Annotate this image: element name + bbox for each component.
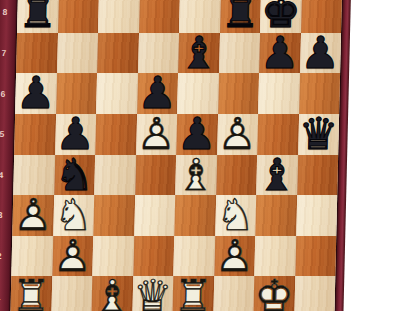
king-icon: ♚ (260, 0, 301, 33)
square-h1[interactable] (294, 276, 335, 311)
square-b4[interactable]: ♞ (54, 155, 95, 196)
rank-label-8: 8 (0, 0, 18, 33)
piece-white-pawn[interactable]: ♟♙ (214, 236, 255, 277)
rook-icon: ♜ (220, 0, 261, 33)
king-icon: ♚ (253, 276, 294, 311)
piece-black-king[interactable]: ♚ (260, 0, 301, 33)
square-f8[interactable]: ♜ (220, 0, 261, 33)
square-e7[interactable]: ♝ (178, 33, 219, 74)
bishop-outline-icon: ♗ (175, 155, 216, 196)
rank-label-2: 2 (0, 236, 12, 277)
square-c6[interactable] (96, 73, 137, 114)
piece-white-pawn[interactable]: ♟♙ (12, 195, 53, 236)
square-b8[interactable] (58, 0, 99, 33)
square-h3[interactable] (296, 195, 337, 236)
pawn-outline-icon: ♙ (217, 114, 258, 155)
pawn-icon: ♟ (176, 114, 217, 155)
piece-black-pawn[interactable]: ♟ (55, 114, 96, 155)
bishop-icon: ♝ (175, 155, 216, 196)
piece-black-pawn[interactable]: ♟ (176, 114, 217, 155)
square-d3[interactable] (134, 195, 175, 236)
piece-white-king[interactable]: ♚♔ (253, 276, 294, 311)
piece-black-bishop[interactable]: ♝ (178, 33, 219, 74)
pawn-icon: ♟ (55, 114, 96, 155)
pawn-icon: ♟ (300, 33, 341, 74)
square-g1[interactable]: ♚♔ (253, 276, 294, 311)
square-a2[interactable] (11, 236, 52, 277)
square-c3[interactable] (93, 195, 134, 236)
piece-black-rook[interactable]: ♜ (17, 0, 58, 33)
square-c2[interactable] (92, 236, 133, 277)
square-e4[interactable]: ♝♗ (175, 155, 216, 196)
rank-label-4: 4 (0, 155, 14, 196)
rook-icon: ♜ (172, 276, 213, 311)
square-e3[interactable] (174, 195, 215, 236)
square-c1[interactable]: ♝♗ (91, 276, 132, 311)
rook-outline-icon: ♖ (10, 276, 51, 311)
bishop-outline-icon: ♗ (91, 276, 132, 311)
pawn-icon: ♟ (136, 114, 177, 155)
board-frame: 87654321 ♜♜♚♝♟♟♟♟♟♟♙♟♟♙♛♞♝♗♝♟♙♞♘♞♘♟♙♟♙♜♖… (0, 0, 351, 311)
square-c7[interactable] (97, 33, 138, 74)
knight-outline-icon: ♘ (53, 195, 94, 236)
piece-black-rook[interactable]: ♜ (220, 0, 261, 33)
square-a4[interactable] (13, 155, 54, 196)
square-a5[interactable] (14, 114, 55, 155)
square-a8[interactable]: ♜ (17, 0, 58, 33)
square-b1[interactable] (51, 276, 92, 311)
square-g6[interactable] (258, 73, 299, 114)
square-g5[interactable] (257, 114, 298, 155)
rook-icon: ♜ (17, 0, 58, 33)
square-d6[interactable]: ♟ (137, 73, 178, 114)
pawn-icon: ♟ (214, 236, 255, 277)
square-b2[interactable]: ♟♙ (52, 236, 93, 277)
square-f4[interactable] (216, 155, 257, 196)
square-h4[interactable] (297, 155, 338, 196)
square-h2[interactable] (295, 236, 336, 277)
piece-white-pawn[interactable]: ♟♙ (52, 236, 93, 277)
queen-icon: ♛ (298, 114, 339, 155)
bishop-icon: ♝ (91, 276, 132, 311)
square-a6[interactable]: ♟ (15, 73, 56, 114)
square-d5[interactable]: ♟♙ (136, 114, 177, 155)
knight-icon: ♞ (215, 195, 256, 236)
square-g7[interactable]: ♟ (259, 33, 300, 74)
piece-black-pawn[interactable]: ♟ (15, 73, 56, 114)
square-b3[interactable]: ♞♘ (53, 195, 94, 236)
square-f3[interactable]: ♞♘ (215, 195, 256, 236)
piece-white-queen[interactable]: ♛♕ (132, 276, 173, 311)
knight-outline-icon: ♘ (215, 195, 256, 236)
bishop-icon: ♝ (256, 155, 297, 196)
square-e8[interactable] (179, 0, 220, 33)
piece-white-bishop[interactable]: ♝♗ (175, 155, 216, 196)
rank-label-5: 5 (0, 114, 15, 155)
square-d7[interactable] (138, 33, 179, 74)
square-f5[interactable]: ♟♙ (217, 114, 258, 155)
square-d8[interactable] (139, 0, 180, 33)
rook-icon: ♜ (10, 276, 51, 311)
piece-black-bishop[interactable]: ♝ (256, 155, 297, 196)
piece-black-queen[interactable]: ♛ (298, 114, 339, 155)
square-f6[interactable] (218, 73, 259, 114)
square-e1[interactable]: ♜♖ (172, 276, 213, 311)
square-f2[interactable]: ♟♙ (214, 236, 255, 277)
square-c4[interactable] (94, 155, 135, 196)
chess-board: ♜♜♚♝♟♟♟♟♟♟♙♟♟♙♛♞♝♗♝♟♙♞♘♞♘♟♙♟♙♜♖♝♗♛♕♜♖♚♔ (10, 0, 342, 311)
square-d4[interactable] (135, 155, 176, 196)
chess-diagram: 87654321 ♜♜♚♝♟♟♟♟♟♟♙♟♟♙♛♞♝♗♝♟♙♞♘♞♘♟♙♟♙♜♖… (0, 0, 414, 311)
knight-icon: ♞ (54, 155, 95, 196)
square-h5[interactable]: ♛ (298, 114, 339, 155)
square-f1[interactable] (213, 276, 254, 311)
king-outline-icon: ♔ (253, 276, 294, 311)
rank-label-3: 3 (0, 195, 13, 236)
piece-white-bishop[interactable]: ♝♗ (91, 276, 132, 311)
square-c8[interactable] (98, 0, 139, 33)
piece-white-pawn[interactable]: ♟♙ (217, 114, 258, 155)
rook-outline-icon: ♖ (172, 276, 213, 311)
square-d2[interactable] (133, 236, 174, 277)
queen-outline-icon: ♕ (132, 276, 173, 311)
rank-label-6: 6 (0, 73, 16, 114)
square-f7[interactable] (219, 33, 260, 74)
square-a3[interactable]: ♟♙ (12, 195, 53, 236)
pawn-outline-icon: ♙ (12, 195, 53, 236)
square-a7[interactable] (16, 33, 57, 74)
pawn-icon: ♟ (217, 114, 258, 155)
piece-white-knight[interactable]: ♞♘ (215, 195, 256, 236)
pawn-icon: ♟ (52, 236, 93, 277)
pawn-icon: ♟ (137, 73, 178, 114)
pawn-outline-icon: ♙ (136, 114, 177, 155)
square-e5[interactable]: ♟ (176, 114, 217, 155)
piece-black-pawn[interactable]: ♟ (259, 33, 300, 74)
square-g3[interactable] (255, 195, 296, 236)
square-d1[interactable]: ♛♕ (132, 276, 173, 311)
square-b7[interactable] (57, 33, 98, 74)
rank-label-7: 7 (0, 33, 17, 74)
square-e2[interactable] (173, 236, 214, 277)
pawn-outline-icon: ♙ (214, 236, 255, 277)
square-e6[interactable] (177, 73, 218, 114)
piece-white-knight[interactable]: ♞♘ (53, 195, 94, 236)
bishop-icon: ♝ (178, 33, 219, 74)
square-a1[interactable]: ♜♖ (10, 276, 51, 311)
square-h8[interactable] (301, 0, 342, 33)
piece-white-pawn[interactable]: ♟♙ (136, 114, 177, 155)
piece-white-rook[interactable]: ♜♖ (172, 276, 213, 311)
pawn-outline-icon: ♙ (52, 236, 93, 277)
queen-icon: ♛ (132, 276, 173, 311)
square-h7[interactable]: ♟ (300, 33, 341, 74)
pawn-icon: ♟ (12, 195, 53, 236)
piece-black-pawn[interactable]: ♟ (137, 73, 178, 114)
square-g2[interactable] (254, 236, 295, 277)
piece-black-pawn[interactable]: ♟ (300, 33, 341, 74)
piece-black-knight[interactable]: ♞ (54, 155, 95, 196)
knight-icon: ♞ (53, 195, 94, 236)
square-b5[interactable]: ♟ (55, 114, 96, 155)
piece-white-rook[interactable]: ♜♖ (10, 276, 51, 311)
square-g8[interactable]: ♚ (260, 0, 301, 33)
square-c5[interactable] (95, 114, 136, 155)
square-g4[interactable]: ♝ (256, 155, 297, 196)
pawn-icon: ♟ (15, 73, 56, 114)
square-b6[interactable] (56, 73, 97, 114)
square-h6[interactable] (299, 73, 340, 114)
pawn-icon: ♟ (259, 33, 300, 74)
